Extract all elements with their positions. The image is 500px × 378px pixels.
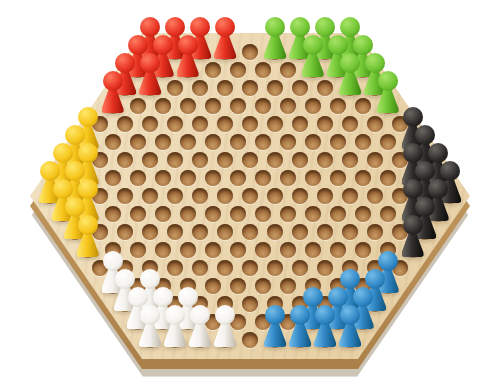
board-hole[interactable] xyxy=(130,98,146,114)
peg-body xyxy=(377,89,399,113)
board-hole[interactable] xyxy=(317,224,333,240)
board-hole[interactable] xyxy=(230,134,246,150)
board-hole[interactable] xyxy=(305,98,321,114)
peg-head xyxy=(290,305,310,325)
board-hole[interactable] xyxy=(217,224,233,240)
board-hole[interactable] xyxy=(205,278,221,294)
peg-body xyxy=(339,323,361,347)
peg-head xyxy=(103,71,123,91)
board-hole[interactable] xyxy=(267,188,283,204)
peg-head xyxy=(315,17,335,37)
board-hole[interactable] xyxy=(242,152,258,168)
peg-body xyxy=(214,35,236,59)
peg-head xyxy=(78,107,98,127)
board-hole[interactable] xyxy=(305,170,321,186)
board-hole[interactable] xyxy=(167,188,183,204)
board-hole[interactable] xyxy=(192,260,208,276)
peg-body xyxy=(164,323,186,347)
board-hole[interactable] xyxy=(230,242,246,258)
peg-head xyxy=(265,305,285,325)
peg-head xyxy=(378,71,398,91)
peg-head xyxy=(315,305,335,325)
peg-yellow[interactable] xyxy=(76,215,100,257)
board-hole[interactable] xyxy=(142,152,158,168)
peg-head xyxy=(265,17,285,37)
board-hole[interactable] xyxy=(242,296,258,312)
board-hole[interactable] xyxy=(292,188,308,204)
peg-head xyxy=(340,53,360,73)
board-hole[interactable] xyxy=(305,242,321,258)
peg-head xyxy=(128,35,148,55)
peg-white[interactable] xyxy=(138,305,162,347)
board-hole[interactable] xyxy=(255,278,271,294)
board-hole[interactable] xyxy=(355,98,371,114)
peg-head xyxy=(440,161,460,181)
board-hole[interactable] xyxy=(367,224,383,240)
board-hole[interactable] xyxy=(167,80,183,96)
peg-head xyxy=(290,17,310,37)
peg-green[interactable] xyxy=(301,35,325,77)
board-hole[interactable] xyxy=(230,278,246,294)
board-hole[interactable] xyxy=(317,80,333,96)
board-hole[interactable] xyxy=(342,224,358,240)
board-hole[interactable] xyxy=(192,152,208,168)
board-hole[interactable] xyxy=(330,134,346,150)
board-hole[interactable] xyxy=(267,116,283,132)
board-hole[interactable] xyxy=(380,134,396,150)
peg-blue[interactable] xyxy=(338,305,362,347)
peg-white[interactable] xyxy=(188,305,212,347)
peg-head xyxy=(103,251,123,271)
peg-blue[interactable] xyxy=(313,305,337,347)
peg-head xyxy=(415,197,435,217)
board-hole[interactable] xyxy=(242,188,258,204)
board-hole[interactable] xyxy=(217,260,233,276)
board-hole[interactable] xyxy=(105,206,121,222)
board-hole[interactable] xyxy=(280,134,296,150)
peg-red[interactable] xyxy=(138,53,162,95)
board-hole[interactable] xyxy=(230,206,246,222)
peg-blue[interactable] xyxy=(263,305,287,347)
peg-head xyxy=(140,305,160,325)
board-hole[interactable] xyxy=(205,206,221,222)
board-hole[interactable] xyxy=(330,206,346,222)
board-hole[interactable] xyxy=(255,170,271,186)
board-hole[interactable] xyxy=(280,62,296,78)
peg-body xyxy=(139,71,161,95)
board-hole[interactable] xyxy=(255,242,271,258)
peg-head xyxy=(78,179,98,199)
board-hole[interactable] xyxy=(280,278,296,294)
peg-red[interactable] xyxy=(176,35,200,77)
peg-head xyxy=(153,35,173,55)
board-hole[interactable] xyxy=(255,206,271,222)
peg-head xyxy=(153,287,173,307)
board-hole[interactable] xyxy=(117,188,133,204)
board-hole[interactable] xyxy=(292,152,308,168)
peg-head xyxy=(128,287,148,307)
board-hole[interactable] xyxy=(155,206,171,222)
peg-head xyxy=(215,305,235,325)
peg-head xyxy=(65,125,85,145)
board-hole[interactable] xyxy=(205,98,221,114)
board-hole[interactable] xyxy=(330,170,346,186)
board-hole[interactable] xyxy=(242,260,258,276)
board-hole[interactable] xyxy=(292,224,308,240)
peg-head xyxy=(340,17,360,37)
peg-head xyxy=(340,269,360,289)
peg-head xyxy=(303,35,323,55)
board-hole[interactable] xyxy=(180,134,196,150)
peg-head xyxy=(78,215,98,235)
board-hole[interactable] xyxy=(230,170,246,186)
board-hole[interactable] xyxy=(267,152,283,168)
peg-green[interactable] xyxy=(263,17,287,59)
peg-head xyxy=(340,305,360,325)
board-hole[interactable] xyxy=(280,206,296,222)
board-hole[interactable] xyxy=(130,134,146,150)
board-hole[interactable] xyxy=(280,242,296,258)
board-hole[interactable] xyxy=(317,188,333,204)
board-hole[interactable] xyxy=(217,152,233,168)
board-hole[interactable] xyxy=(155,170,171,186)
peg-head xyxy=(78,143,98,163)
board-hole[interactable] xyxy=(142,188,158,204)
peg-green[interactable] xyxy=(376,71,400,113)
peg-white[interactable] xyxy=(163,305,187,347)
board-hole[interactable] xyxy=(205,62,221,78)
board-hole[interactable] xyxy=(130,206,146,222)
peg-head xyxy=(403,215,423,235)
board-hole[interactable] xyxy=(317,152,333,168)
board-hole[interactable] xyxy=(367,188,383,204)
peg-head xyxy=(115,53,135,73)
board-hole[interactable] xyxy=(205,242,221,258)
board-hole[interactable] xyxy=(155,134,171,150)
board-hole[interactable] xyxy=(130,170,146,186)
peg-head xyxy=(53,143,73,163)
peg-red[interactable] xyxy=(213,17,237,59)
board-hole[interactable] xyxy=(155,242,171,258)
board-hole[interactable] xyxy=(167,260,183,276)
board-hole[interactable] xyxy=(317,116,333,132)
peg-head xyxy=(215,17,235,37)
board-hole[interactable] xyxy=(230,98,246,114)
board-hole[interactable] xyxy=(255,98,271,114)
peg-head xyxy=(353,287,373,307)
board-hole[interactable] xyxy=(142,116,158,132)
peg-head xyxy=(403,143,423,163)
board-hole[interactable] xyxy=(217,116,233,132)
board-hole[interactable] xyxy=(305,206,321,222)
board-hole[interactable] xyxy=(367,152,383,168)
board-hole[interactable] xyxy=(180,206,196,222)
peg-head xyxy=(190,305,210,325)
peg-head xyxy=(178,287,198,307)
peg-head xyxy=(40,161,60,181)
board-hole[interactable] xyxy=(180,170,196,186)
peg-body xyxy=(314,323,336,347)
board-hole[interactable] xyxy=(280,170,296,186)
peg-head xyxy=(140,17,160,37)
board-hole[interactable] xyxy=(242,44,258,60)
board-hole[interactable] xyxy=(355,170,371,186)
board-hole[interactable] xyxy=(167,224,183,240)
board-hole[interactable] xyxy=(355,242,371,258)
peg-head xyxy=(415,161,435,181)
peg-head xyxy=(140,269,160,289)
board-hole[interactable] xyxy=(217,80,233,96)
board-hole[interactable] xyxy=(142,224,158,240)
peg-head xyxy=(165,17,185,37)
peg-head xyxy=(378,251,398,271)
peg-body xyxy=(214,323,236,347)
peg-body xyxy=(264,35,286,59)
board-hole[interactable] xyxy=(217,188,233,204)
board-hole[interactable] xyxy=(367,116,383,132)
peg-head xyxy=(328,35,348,55)
board-hole[interactable] xyxy=(105,170,121,186)
board-hole[interactable] xyxy=(380,170,396,186)
peg-head xyxy=(428,143,448,163)
board-hole[interactable] xyxy=(305,134,321,150)
peg-head xyxy=(365,53,385,73)
board-hole[interactable] xyxy=(292,260,308,276)
board-hole[interactable] xyxy=(380,206,396,222)
board-hole[interactable] xyxy=(117,116,133,132)
peg-body xyxy=(264,323,286,347)
board-hole[interactable] xyxy=(342,188,358,204)
board-hole[interactable] xyxy=(242,224,258,240)
board-hole[interactable] xyxy=(355,134,371,150)
board-hole[interactable] xyxy=(267,80,283,96)
peg-body xyxy=(102,89,124,113)
board-hole[interactable] xyxy=(205,134,221,150)
board-hole[interactable] xyxy=(192,116,208,132)
board-hole[interactable] xyxy=(330,98,346,114)
board-hole[interactable] xyxy=(330,242,346,258)
peg-body xyxy=(189,323,211,347)
board-hole[interactable] xyxy=(192,80,208,96)
board-hole[interactable] xyxy=(292,116,308,132)
peg-head xyxy=(190,17,210,37)
peg-head xyxy=(403,107,423,127)
peg-head xyxy=(65,161,85,181)
board-hole[interactable] xyxy=(105,134,121,150)
board-hole[interactable] xyxy=(230,62,246,78)
board-hole[interactable] xyxy=(167,116,183,132)
board-hole[interactable] xyxy=(205,170,221,186)
peg-black[interactable] xyxy=(401,215,425,257)
board-hole[interactable] xyxy=(180,242,196,258)
board-hole[interactable] xyxy=(167,152,183,168)
board-hole[interactable] xyxy=(192,188,208,204)
peg-head xyxy=(165,305,185,325)
board-hole[interactable] xyxy=(242,116,258,132)
peg-blue[interactable] xyxy=(288,305,312,347)
peg-head xyxy=(115,269,135,289)
peg-head xyxy=(65,197,85,217)
board-hole[interactable] xyxy=(130,242,146,258)
board-hole[interactable] xyxy=(355,206,371,222)
peg-white[interactable] xyxy=(213,305,237,347)
board-hole[interactable] xyxy=(155,98,171,114)
peg-head xyxy=(140,53,160,73)
peg-head xyxy=(178,35,198,55)
board-hole[interactable] xyxy=(255,62,271,78)
peg-body xyxy=(77,233,99,257)
peg-body xyxy=(302,53,324,77)
board-hole[interactable] xyxy=(267,224,283,240)
board-scene xyxy=(0,0,500,378)
board-hole[interactable] xyxy=(342,152,358,168)
peg-body xyxy=(339,71,361,95)
board-hole[interactable] xyxy=(242,332,258,348)
peg-green[interactable] xyxy=(338,53,362,95)
board-hole[interactable] xyxy=(267,260,283,276)
board-hole[interactable] xyxy=(117,224,133,240)
board-hole[interactable] xyxy=(117,152,133,168)
peg-body xyxy=(177,53,199,77)
board-hole[interactable] xyxy=(292,80,308,96)
peg-head xyxy=(53,179,73,199)
peg-body xyxy=(402,233,424,257)
peg-red[interactable] xyxy=(101,71,125,113)
board-hole[interactable] xyxy=(242,80,258,96)
peg-head xyxy=(428,179,448,199)
board-hole[interactable] xyxy=(192,224,208,240)
peg-head xyxy=(303,287,323,307)
peg-body xyxy=(289,323,311,347)
board-hole[interactable] xyxy=(280,98,296,114)
peg-head xyxy=(403,179,423,199)
peg-head xyxy=(365,269,385,289)
board-hole[interactable] xyxy=(342,116,358,132)
peg-head xyxy=(415,125,435,145)
board-hole[interactable] xyxy=(317,260,333,276)
peg-head xyxy=(328,287,348,307)
peg-body xyxy=(139,323,161,347)
peg-head xyxy=(353,35,373,55)
board-hole[interactable] xyxy=(255,134,271,150)
board-hole[interactable] xyxy=(180,98,196,114)
